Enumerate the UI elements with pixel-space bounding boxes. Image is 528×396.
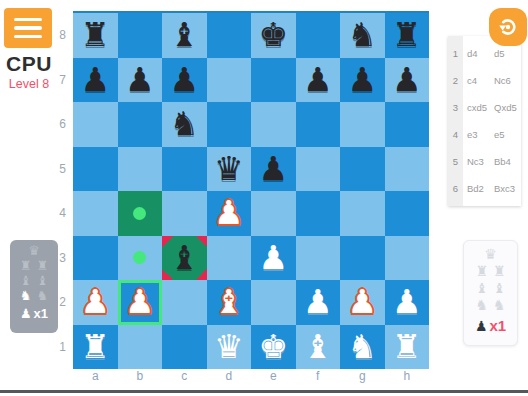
chess-board: ♜♝♚♞♜♟♟♟♟♟♟♞♛♟♟♝♟♟♟♝♟♟♟♜♛♚♝♞♜ [73, 11, 429, 367]
black-move: Nc6 [493, 75, 521, 86]
white-move: e3 [463, 129, 493, 140]
square-b3[interactable] [118, 236, 163, 281]
square-d1[interactable]: ♛ [207, 325, 252, 370]
square-a8[interactable]: ♜ [73, 13, 118, 58]
white-move: Bd2 [463, 183, 493, 194]
tray-bishop-icon: ♝ [37, 274, 49, 287]
move-number: 5 [448, 156, 463, 167]
piece-white-bishop: ♝ [214, 280, 244, 325]
piece-white-pawn: ♟ [392, 280, 422, 325]
tray-knight-icon: ♞ [493, 298, 506, 312]
hamburger-icon [14, 18, 42, 22]
square-c1[interactable] [162, 325, 207, 370]
square-f3[interactable] [296, 236, 341, 281]
tray-queen-icon: ♛ [484, 247, 497, 261]
square-d8[interactable] [207, 13, 252, 58]
piece-black-rook: ♜ [392, 13, 422, 58]
square-b4[interactable] [118, 191, 163, 236]
piece-white-rook: ♜ [392, 325, 422, 370]
square-c4[interactable] [162, 191, 207, 236]
chess-app: CPU Level 8 87654321 ♜♝♚♞♜♟♟♟♟♟♟♞♛♟♟♝♟♟♟… [0, 0, 528, 396]
file-label-a: a [73, 369, 118, 383]
piece-black-pawn: ♟ [169, 58, 199, 103]
move-hint-dot[interactable] [133, 207, 146, 220]
square-f8[interactable] [296, 13, 341, 58]
square-h8[interactable]: ♜ [385, 13, 430, 58]
square-g6[interactable] [340, 102, 385, 147]
undo-restart-icon [496, 15, 520, 39]
piece-black-pawn: ♟ [392, 58, 422, 103]
tray-pawn-icon: ♟ [475, 318, 488, 334]
tray-row: ♜♜ [20, 259, 48, 272]
tray-pawn-icon: ♟ [20, 306, 32, 321]
square-d2[interactable]: ♝ [207, 280, 252, 325]
square-c2[interactable] [162, 280, 207, 325]
square-b5[interactable] [118, 147, 163, 192]
tray-row: ♞♞ [20, 289, 48, 302]
file-label-e: e [251, 369, 296, 383]
piece-black-pawn: ♟ [125, 58, 155, 103]
menu-button[interactable] [4, 8, 52, 48]
move-list-panel: 1d4d52c4Nc63cxd5Qxd54e3e55Nc3Bb46Bd2Bxc3 [448, 36, 521, 206]
file-label-g: g [340, 369, 385, 383]
square-g7[interactable]: ♟ [340, 58, 385, 103]
square-e3[interactable]: ♟ [251, 236, 296, 281]
tray-row: ♛ [28, 244, 40, 257]
captured-pawn-count: x1 [34, 306, 48, 321]
square-c7[interactable]: ♟ [162, 58, 207, 103]
white-move: cxd5 [463, 102, 493, 113]
square-g5[interactable] [340, 147, 385, 192]
piece-white-pawn: ♟ [125, 280, 155, 325]
piece-white-king: ♚ [258, 325, 288, 370]
square-b7[interactable]: ♟ [118, 58, 163, 103]
tray-rook-icon: ♜ [475, 264, 488, 278]
move-row-5[interactable]: 5Nc3Bb4 [448, 148, 521, 175]
move-row-3[interactable]: 3cxd5Qxd5 [448, 94, 521, 121]
move-number: 2 [448, 75, 463, 86]
move-number: 3 [448, 102, 463, 113]
tray-bishop-icon: ♝ [475, 281, 488, 295]
square-a5[interactable] [73, 147, 118, 192]
piece-white-knight: ♞ [347, 325, 377, 370]
piece-white-pawn: ♟ [80, 280, 110, 325]
piece-black-queen: ♛ [214, 147, 244, 192]
tray-knight-icon: ♞ [20, 289, 32, 302]
move-row-4[interactable]: 4e3e5 [448, 121, 521, 148]
square-d4[interactable]: ♟ [207, 191, 252, 236]
file-label-h: h [385, 369, 430, 383]
tray-row: ♛ [484, 247, 497, 261]
file-label-c: c [162, 369, 207, 383]
move-hint-dot[interactable] [133, 251, 146, 264]
black-move: Qxd5 [493, 102, 521, 113]
square-d3[interactable] [207, 236, 252, 281]
square-c3[interactable]: ♝ [162, 236, 207, 281]
piece-black-knight: ♞ [169, 102, 199, 147]
piece-black-bishop: ♝ [169, 236, 199, 281]
square-b1[interactable] [118, 325, 163, 370]
tray-bishop-icon: ♝ [493, 281, 506, 295]
square-d5[interactable]: ♛ [207, 147, 252, 192]
square-f5[interactable] [296, 147, 341, 192]
black-move: e5 [493, 129, 521, 140]
piece-white-bishop: ♝ [303, 325, 333, 370]
tray-rook-icon: ♜ [37, 259, 49, 272]
piece-black-pawn: ♟ [303, 58, 333, 103]
square-a2[interactable]: ♟ [73, 280, 118, 325]
tray-pawn-count-row: ♟x1 [20, 306, 48, 321]
tray-queen-icon: ♛ [28, 244, 40, 257]
square-e4[interactable] [251, 191, 296, 236]
piece-black-knight: ♞ [347, 13, 377, 58]
square-h4[interactable] [385, 191, 430, 236]
square-e6[interactable] [251, 102, 296, 147]
square-d7[interactable] [207, 58, 252, 103]
tray-rook-icon: ♜ [493, 264, 506, 278]
square-e2[interactable] [251, 280, 296, 325]
file-label-b: b [118, 369, 163, 383]
captured-black-pieces-tray: ♛♜♜♝♝♞♞♟x1 [463, 240, 518, 346]
square-h3[interactable] [385, 236, 430, 281]
square-d6[interactable] [207, 102, 252, 147]
square-g3[interactable] [340, 236, 385, 281]
piece-black-king: ♚ [258, 13, 288, 58]
piece-white-pawn: ♟ [214, 191, 244, 236]
square-g1[interactable]: ♞ [340, 325, 385, 370]
piece-black-pawn: ♟ [347, 58, 377, 103]
square-h2[interactable]: ♟ [385, 280, 430, 325]
piece-white-pawn: ♟ [347, 280, 377, 325]
square-b8[interactable] [118, 13, 163, 58]
rank-label-8: 8 [50, 13, 70, 58]
square-f6[interactable] [296, 102, 341, 147]
square-h6[interactable] [385, 102, 430, 147]
square-e1[interactable]: ♚ [251, 325, 296, 370]
move-row-2[interactable]: 2c4Nc6 [448, 67, 521, 94]
black-move: d5 [493, 48, 521, 59]
square-c8[interactable]: ♝ [162, 13, 207, 58]
white-move: d4 [463, 48, 493, 59]
tray-knight-icon: ♞ [37, 289, 49, 302]
square-f2[interactable]: ♟ [296, 280, 341, 325]
piece-white-queen: ♛ [214, 325, 244, 370]
tray-row: ♞♞ [475, 298, 505, 312]
undo-button[interactable] [489, 8, 527, 46]
piece-white-pawn: ♟ [303, 280, 333, 325]
piece-black-bishop: ♝ [169, 13, 199, 58]
tray-bishop-icon: ♝ [20, 274, 32, 287]
tray-row: ♝♝ [20, 274, 48, 287]
piece-white-pawn: ♟ [258, 236, 288, 281]
move-number: 4 [448, 129, 463, 140]
square-a1[interactable]: ♜ [73, 325, 118, 370]
square-h7[interactable]: ♟ [385, 58, 430, 103]
square-h1[interactable]: ♜ [385, 325, 430, 370]
move-row-6[interactable]: 6Bd2Bxc3 [448, 175, 521, 202]
square-e8[interactable]: ♚ [251, 13, 296, 58]
tray-row: ♜♜ [475, 264, 505, 278]
white-move: Nc3 [463, 156, 493, 167]
square-f1[interactable]: ♝ [296, 325, 341, 370]
captured-pawn-count: x1 [489, 317, 506, 334]
piece-black-pawn: ♟ [80, 58, 110, 103]
square-g8[interactable]: ♞ [340, 13, 385, 58]
file-label-d: d [207, 369, 252, 383]
square-e7[interactable] [251, 58, 296, 103]
white-move: c4 [463, 75, 493, 86]
tray-pawn-count-row: ♟x1 [475, 317, 506, 334]
square-h5[interactable] [385, 147, 430, 192]
bottom-divider [0, 390, 528, 393]
square-b2[interactable]: ♟ [118, 280, 163, 325]
piece-black-pawn: ♟ [258, 147, 288, 192]
tray-rook-icon: ♜ [20, 259, 32, 272]
square-b6[interactable] [118, 102, 163, 147]
file-label-f: f [296, 369, 341, 383]
square-a3[interactable] [73, 236, 118, 281]
piece-black-rook: ♜ [80, 13, 110, 58]
tray-knight-icon: ♞ [475, 298, 488, 312]
square-c6[interactable]: ♞ [162, 102, 207, 147]
square-a4[interactable] [73, 191, 118, 236]
square-a6[interactable] [73, 102, 118, 147]
black-move: Bxc3 [493, 183, 521, 194]
rank-label-7: 7 [50, 58, 70, 103]
file-labels: abcdefgh [73, 369, 429, 383]
rank-label-4: 4 [50, 191, 70, 236]
move-number: 6 [448, 183, 463, 194]
tray-row: ♝♝ [475, 281, 505, 295]
rank-label-5: 5 [50, 147, 70, 192]
square-e5[interactable]: ♟ [251, 147, 296, 192]
square-g2[interactable]: ♟ [340, 280, 385, 325]
rank-label-6: 6 [50, 102, 70, 147]
square-f4[interactable] [296, 191, 341, 236]
square-c5[interactable] [162, 147, 207, 192]
square-f7[interactable]: ♟ [296, 58, 341, 103]
move-number: 1 [448, 48, 463, 59]
square-g4[interactable] [340, 191, 385, 236]
piece-white-rook: ♜ [80, 325, 110, 370]
black-move: Bb4 [493, 156, 521, 167]
captured-white-pieces-tray: ♛♜♜♝♝♞♞♟x1 [10, 240, 58, 333]
square-a7[interactable]: ♟ [73, 58, 118, 103]
